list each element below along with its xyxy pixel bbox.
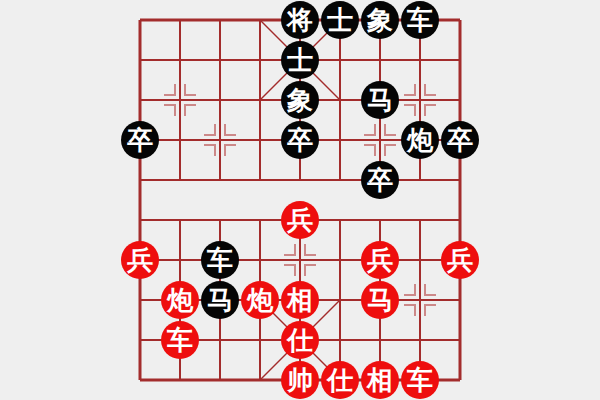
intersection-e1[interactable]: 仕	[280, 320, 320, 360]
intersection-e9[interactable]: 将	[280, 0, 320, 40]
intersection-i4[interactable]	[440, 200, 480, 240]
intersection-d4[interactable]	[240, 200, 280, 240]
intersection-a8[interactable]	[120, 40, 160, 80]
intersection-i8[interactable]	[440, 40, 480, 80]
piece-black-elephant[interactable]: 象	[281, 81, 319, 119]
intersection-f2[interactable]	[320, 280, 360, 320]
intersection-f0[interactable]: 仕	[320, 360, 360, 400]
piece-red-soldier[interactable]: 兵	[281, 201, 319, 239]
xiangqi-app: 将士象车士象马卒卒炮卒卒兵兵车兵兵炮马炮相马车仕帅仕相车	[0, 0, 600, 400]
piece-red-horse[interactable]: 马	[361, 281, 399, 319]
intersection-f6[interactable]	[320, 120, 360, 160]
intersection-d1[interactable]	[240, 320, 280, 360]
intersection-f4[interactable]	[320, 200, 360, 240]
intersection-g2[interactable]: 马	[360, 280, 400, 320]
intersection-i2[interactable]	[440, 280, 480, 320]
intersection-c3[interactable]: 车	[200, 240, 240, 280]
piece-black-soldier[interactable]: 卒	[441, 121, 479, 159]
piece-black-general[interactable]: 将	[281, 1, 319, 39]
piece-black-horse[interactable]: 马	[361, 81, 399, 119]
intersection-d6[interactable]	[240, 120, 280, 160]
piece-black-elephant[interactable]: 象	[361, 1, 399, 39]
intersection-h6[interactable]: 炮	[400, 120, 440, 160]
intersection-a7[interactable]	[120, 80, 160, 120]
intersection-h7[interactable]	[400, 80, 440, 120]
intersection-i0[interactable]	[440, 360, 480, 400]
piece-black-advisor[interactable]: 士	[281, 41, 319, 79]
piece-red-general[interactable]: 帅	[281, 361, 319, 399]
intersection-c9[interactable]	[200, 0, 240, 40]
intersection-e4[interactable]: 兵	[280, 200, 320, 240]
piece-black-horse[interactable]: 马	[201, 281, 239, 319]
piece-red-soldier[interactable]: 兵	[121, 241, 159, 279]
intersection-a3[interactable]: 兵	[120, 240, 160, 280]
intersection-e5[interactable]	[280, 160, 320, 200]
intersection-c6[interactable]	[200, 120, 240, 160]
intersection-b2[interactable]: 炮	[160, 280, 200, 320]
intersection-d0[interactable]	[240, 360, 280, 400]
intersection-i1[interactable]	[440, 320, 480, 360]
intersection-c4[interactable]	[200, 200, 240, 240]
intersection-b1[interactable]: 车	[160, 320, 200, 360]
intersection-i7[interactable]	[440, 80, 480, 120]
intersection-b6[interactable]	[160, 120, 200, 160]
intersection-g8[interactable]	[360, 40, 400, 80]
intersection-d3[interactable]	[240, 240, 280, 280]
piece-red-advisor[interactable]: 仕	[281, 321, 319, 359]
intersection-a5[interactable]	[120, 160, 160, 200]
intersection-a1[interactable]	[120, 320, 160, 360]
intersection-a9[interactable]	[120, 0, 160, 40]
piece-black-soldier[interactable]: 卒	[121, 121, 159, 159]
intersection-a4[interactable]	[120, 200, 160, 240]
intersection-b7[interactable]	[160, 80, 200, 120]
piece-red-chariot[interactable]: 车	[401, 361, 439, 399]
intersection-h4[interactable]	[400, 200, 440, 240]
intersection-c8[interactable]	[200, 40, 240, 80]
intersection-a0[interactable]	[120, 360, 160, 400]
intersection-b4[interactable]	[160, 200, 200, 240]
intersection-e2[interactable]: 相	[280, 280, 320, 320]
intersection-g7[interactable]: 马	[360, 80, 400, 120]
intersection-e0[interactable]: 帅	[280, 360, 320, 400]
intersection-b9[interactable]	[160, 0, 200, 40]
intersection-g4[interactable]	[360, 200, 400, 240]
intersection-e6[interactable]: 卒	[280, 120, 320, 160]
piece-red-advisor[interactable]: 仕	[321, 361, 359, 399]
xiangqi-board: 将士象车士象马卒卒炮卒卒兵兵车兵兵炮马炮相马车仕帅仕相车	[120, 0, 480, 400]
intersection-g5[interactable]: 卒	[360, 160, 400, 200]
piece-red-chariot[interactable]: 车	[161, 321, 199, 359]
piece-black-soldier[interactable]: 卒	[281, 121, 319, 159]
intersection-i5[interactable]	[440, 160, 480, 200]
intersection-c0[interactable]	[200, 360, 240, 400]
piece-red-elephant[interactable]: 相	[281, 281, 319, 319]
intersection-f5[interactable]	[320, 160, 360, 200]
intersection-e8[interactable]: 士	[280, 40, 320, 80]
intersection-c7[interactable]	[200, 80, 240, 120]
piece-black-soldier[interactable]: 卒	[361, 161, 399, 199]
piece-red-soldier[interactable]: 兵	[361, 241, 399, 279]
intersection-b5[interactable]	[160, 160, 200, 200]
intersection-b8[interactable]	[160, 40, 200, 80]
piece-black-advisor[interactable]: 士	[321, 1, 359, 39]
intersection-h8[interactable]	[400, 40, 440, 80]
piece-red-cannon[interactable]: 炮	[161, 281, 199, 319]
intersection-d7[interactable]	[240, 80, 280, 120]
intersection-f3[interactable]	[320, 240, 360, 280]
intersection-i3[interactable]: 兵	[440, 240, 480, 280]
intersection-i6[interactable]: 卒	[440, 120, 480, 160]
intersection-h0[interactable]: 车	[400, 360, 440, 400]
intersection-h9[interactable]: 车	[400, 0, 440, 40]
intersection-f1[interactable]	[320, 320, 360, 360]
intersection-a6[interactable]: 卒	[120, 120, 160, 160]
intersection-f9[interactable]: 士	[320, 0, 360, 40]
intersection-g6[interactable]	[360, 120, 400, 160]
intersection-d8[interactable]	[240, 40, 280, 80]
intersection-d5[interactable]	[240, 160, 280, 200]
intersection-c2[interactable]: 马	[200, 280, 240, 320]
piece-black-chariot[interactable]: 车	[201, 241, 239, 279]
intersection-h3[interactable]	[400, 240, 440, 280]
intersection-h2[interactable]	[400, 280, 440, 320]
piece-red-elephant[interactable]: 相	[361, 361, 399, 399]
intersection-a2[interactable]	[120, 280, 160, 320]
intersection-g0[interactable]: 相	[360, 360, 400, 400]
intersection-h5[interactable]	[400, 160, 440, 200]
intersection-f7[interactable]	[320, 80, 360, 120]
intersection-f8[interactable]	[320, 40, 360, 80]
intersection-c5[interactable]	[200, 160, 240, 200]
intersection-d2[interactable]: 炮	[240, 280, 280, 320]
intersection-g3[interactable]: 兵	[360, 240, 400, 280]
intersection-i9[interactable]	[440, 0, 480, 40]
intersection-e7[interactable]: 象	[280, 80, 320, 120]
piece-black-chariot[interactable]: 车	[401, 1, 439, 39]
intersection-g1[interactable]	[360, 320, 400, 360]
intersection-c1[interactable]	[200, 320, 240, 360]
piece-red-cannon[interactable]: 炮	[241, 281, 279, 319]
intersection-d9[interactable]	[240, 0, 280, 40]
intersection-h1[interactable]	[400, 320, 440, 360]
piece-black-cannon[interactable]: 炮	[401, 121, 439, 159]
intersection-g9[interactable]: 象	[360, 0, 400, 40]
intersection-b0[interactable]	[160, 360, 200, 400]
intersection-e3[interactable]	[280, 240, 320, 280]
piece-red-soldier[interactable]: 兵	[441, 241, 479, 279]
intersection-b3[interactable]	[160, 240, 200, 280]
